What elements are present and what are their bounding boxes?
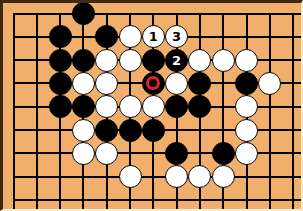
stone-black[interactable] <box>188 72 211 95</box>
grid-line-vertical <box>292 13 294 210</box>
stone-white[interactable] <box>119 95 142 118</box>
stone-white[interactable] <box>188 165 211 188</box>
go-board[interactable]: 132 <box>3 3 301 209</box>
stone-white[interactable] <box>95 72 118 95</box>
stone-black[interactable] <box>72 49 95 72</box>
grid-line-horizontal <box>13 176 302 178</box>
stone-black[interactable] <box>49 25 72 48</box>
stone-white[interactable] <box>235 142 258 165</box>
stone-white[interactable] <box>95 142 118 165</box>
grid-line-vertical <box>269 13 271 210</box>
stone-black[interactable] <box>95 119 118 142</box>
stone-black[interactable] <box>212 142 235 165</box>
stone-white[interactable] <box>95 49 118 72</box>
stone-black[interactable] <box>119 119 142 142</box>
stone-black[interactable] <box>142 49 165 72</box>
grid-line-vertical <box>13 13 15 210</box>
stone-white[interactable] <box>72 72 95 95</box>
stone-black[interactable] <box>95 25 118 48</box>
stone-white[interactable] <box>212 165 235 188</box>
stone-white[interactable] <box>235 95 258 118</box>
stone-white[interactable] <box>95 95 118 118</box>
grid-line-horizontal <box>13 13 302 15</box>
stone-white[interactable] <box>235 49 258 72</box>
grid-line-horizontal <box>13 199 302 201</box>
stone-white[interactable] <box>72 142 95 165</box>
stone-black[interactable] <box>49 95 72 118</box>
stone-white[interactable] <box>72 119 95 142</box>
stone-black[interactable] <box>142 119 165 142</box>
stone-black[interactable] <box>165 142 188 165</box>
stone-black[interactable] <box>188 95 211 118</box>
stone-black[interactable] <box>72 95 95 118</box>
stone-white[interactable] <box>165 165 188 188</box>
stone-black[interactable] <box>72 2 95 25</box>
stone-black[interactable] <box>49 49 72 72</box>
stone-white[interactable] <box>119 165 142 188</box>
red-circle-marker <box>146 76 160 90</box>
stone-white-move-3[interactable]: 3 <box>165 25 188 48</box>
stone-white[interactable] <box>142 95 165 118</box>
stone-white[interactable] <box>165 72 188 95</box>
stone-black[interactable] <box>235 72 258 95</box>
stone-white[interactable] <box>212 49 235 72</box>
stone-white[interactable] <box>188 49 211 72</box>
stone-black[interactable] <box>49 72 72 95</box>
stone-white[interactable] <box>258 72 281 95</box>
grid-line-vertical <box>36 13 38 210</box>
stone-white[interactable] <box>235 119 258 142</box>
stone-black-circle-marked[interactable] <box>142 72 165 95</box>
stone-white[interactable] <box>119 25 142 48</box>
stone-black[interactable] <box>165 95 188 118</box>
stone-white-move-1[interactable]: 1 <box>142 25 165 48</box>
go-diagram-frame: 132 <box>0 0 303 211</box>
stone-white[interactable] <box>119 49 142 72</box>
stone-black-move-2[interactable]: 2 <box>165 49 188 72</box>
